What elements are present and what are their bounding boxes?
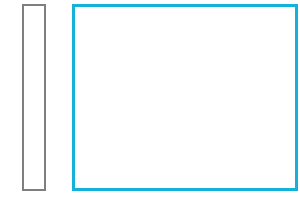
col-labels	[72, 192, 298, 209]
row-labels	[0, 4, 19, 191]
sudoku-array-diagram	[0, 0, 300, 211]
sudoku-grid	[72, 4, 298, 191]
pointer-array	[22, 4, 46, 191]
